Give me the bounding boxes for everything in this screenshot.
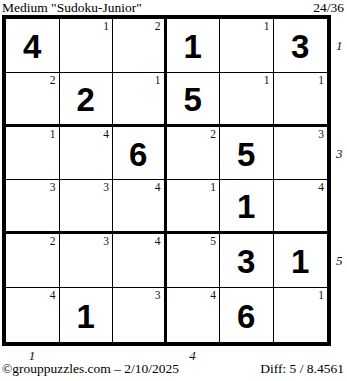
cell-r3c4[interactable]: 2 — [167, 127, 221, 181]
given-digit: 6 — [237, 300, 255, 333]
cell-r6c2[interactable]: 1 — [60, 288, 114, 342]
pencil-mark: 1 — [318, 289, 324, 302]
pencil-mark: 2 — [50, 74, 56, 87]
cell-r6c4[interactable]: 4 — [167, 288, 221, 342]
pencil-mark: 1 — [318, 74, 324, 87]
cell-r1c4[interactable]: 1 — [167, 19, 221, 73]
pencil-mark: 1 — [50, 128, 56, 141]
cell-r4c4[interactable]: 1 — [167, 180, 221, 234]
cell-r6c1[interactable]: 4 — [6, 288, 60, 342]
pencil-mark: 4 — [210, 289, 216, 302]
cell-r1c5[interactable]: 1 — [220, 19, 274, 73]
cell-r3c6[interactable]: 3 — [274, 127, 328, 181]
cell-r1c3[interactable]: 2 — [113, 19, 167, 73]
pencil-mark: 1 — [155, 74, 161, 87]
given-digit: 3 — [237, 245, 255, 278]
cell-r2c6[interactable]: 1 — [274, 73, 328, 127]
pencil-mark: 4 — [155, 235, 161, 248]
given-digit: 1 — [291, 245, 309, 278]
puzzle-title: Medium "Sudoku-Junior" — [2, 0, 142, 16]
cell-r5c1[interactable]: 2 — [6, 234, 60, 288]
pencil-mark: 1 — [264, 74, 270, 87]
given-digit: 2 — [77, 83, 95, 116]
cell-r6c5[interactable]: 6 — [220, 288, 274, 342]
cell-r1c1[interactable]: 4 — [6, 19, 60, 73]
cell-r4c6[interactable]: 4 — [274, 180, 328, 234]
cell-r5c4[interactable]: 5 — [167, 234, 221, 288]
row-label-5: 5 — [336, 254, 343, 267]
cell-r6c6[interactable]: 1 — [274, 288, 328, 342]
pencil-mark: 3 — [103, 181, 109, 194]
given-digit: 3 — [291, 30, 309, 63]
row-label-3: 3 — [336, 147, 343, 160]
pencil-mark: 2 — [210, 128, 216, 141]
pencil-mark: 4 — [103, 128, 109, 141]
cell-r2c2[interactable]: 2 — [60, 73, 114, 127]
cell-r2c3[interactable]: 1 — [113, 73, 167, 127]
cell-r2c4[interactable]: 5 — [167, 73, 221, 127]
given-digit: 5 — [184, 83, 202, 116]
cell-r3c3[interactable]: 6 — [113, 127, 167, 181]
copyright-text: ©grouppuzzles.com – 2/10/2025 — [2, 361, 179, 377]
pencil-mark: 1 — [210, 181, 216, 194]
sudoku-board: 412113221511146253334114234531413461 — [2, 15, 331, 346]
pencil-mark: 1 — [264, 20, 270, 33]
given-digit: 5 — [237, 138, 255, 171]
puzzle-page: Medium "Sudoku-Junior" 24/36 41211322151… — [0, 0, 347, 381]
cell-r5c6[interactable]: 1 — [274, 234, 328, 288]
pencil-mark: 4 — [318, 181, 324, 194]
pencil-mark: 2 — [50, 235, 56, 248]
cell-r4c2[interactable]: 3 — [60, 180, 114, 234]
col-label-4: 4 — [189, 349, 196, 362]
given-digit: 1 — [237, 190, 255, 223]
cell-r2c5[interactable]: 1 — [220, 73, 274, 127]
cell-r5c2[interactable]: 3 — [60, 234, 114, 288]
pencil-mark: 5 — [210, 235, 216, 248]
pencil-mark: 2 — [155, 20, 161, 33]
cell-r3c5[interactable]: 5 — [220, 127, 274, 181]
pencil-mark: 3 — [103, 235, 109, 248]
cell-r3c2[interactable]: 4 — [60, 127, 114, 181]
difficulty-text: Diff: 5 / 8.4561 — [260, 361, 344, 377]
given-digit: 6 — [129, 138, 147, 171]
given-digit: 1 — [184, 30, 202, 63]
cell-r5c3[interactable]: 4 — [113, 234, 167, 288]
cell-r1c2[interactable]: 1 — [60, 19, 114, 73]
remaining-counter: 24/36 — [313, 0, 344, 16]
pencil-mark: 3 — [318, 128, 324, 141]
cell-r4c3[interactable]: 4 — [113, 180, 167, 234]
pencil-mark: 4 — [155, 181, 161, 194]
cell-r1c6[interactable]: 3 — [274, 19, 328, 73]
pencil-mark: 4 — [50, 289, 56, 302]
row-label-1: 1 — [336, 39, 343, 52]
pencil-mark: 1 — [103, 20, 109, 33]
cell-r5c5[interactable]: 3 — [220, 234, 274, 288]
pencil-mark: 3 — [155, 289, 161, 302]
cell-r4c1[interactable]: 3 — [6, 180, 60, 234]
given-digit: 4 — [23, 30, 41, 63]
cell-r4c5[interactable]: 1 — [220, 180, 274, 234]
cell-r2c1[interactable]: 2 — [6, 73, 60, 127]
given-digit: 1 — [77, 300, 95, 333]
pencil-mark: 3 — [50, 181, 56, 194]
cell-r3c1[interactable]: 1 — [6, 127, 60, 181]
cell-r6c3[interactable]: 3 — [113, 288, 167, 342]
